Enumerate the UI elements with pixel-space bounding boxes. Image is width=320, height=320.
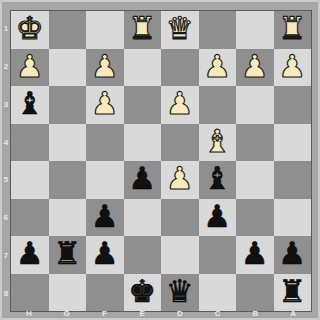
square-d1[interactable]: ♛ xyxy=(161,11,199,49)
black-king: ♚ xyxy=(128,276,156,307)
square-c4[interactable]: ♝ xyxy=(199,124,237,162)
white-pawn: ♟ xyxy=(16,51,44,82)
white-pawn: ♟ xyxy=(166,88,194,119)
black-pawn: ♟ xyxy=(241,238,269,269)
square-f1[interactable] xyxy=(86,11,124,49)
square-a4[interactable] xyxy=(274,124,312,162)
square-e4[interactable] xyxy=(124,124,162,162)
square-a8[interactable]: ♜ xyxy=(274,274,312,312)
board-frame: 12345678 ♚♜♛♜♟♟♟♟♟♝♟♟♝♟♟♝♟♟♟♜♟♟♟♚♛♜ HGFE… xyxy=(0,0,320,320)
square-e3[interactable] xyxy=(124,86,162,124)
square-g6[interactable] xyxy=(49,199,87,237)
square-b2[interactable]: ♟ xyxy=(236,49,274,87)
square-f2[interactable]: ♟ xyxy=(86,49,124,87)
square-g1[interactable] xyxy=(49,11,87,49)
square-d8[interactable]: ♛ xyxy=(161,274,199,312)
file-label-d: D xyxy=(161,310,199,318)
black-pawn: ♟ xyxy=(203,201,231,232)
black-queen: ♛ xyxy=(166,276,194,307)
square-d3[interactable]: ♟ xyxy=(161,86,199,124)
square-g5[interactable] xyxy=(49,161,87,199)
black-pawn: ♟ xyxy=(128,163,156,194)
square-h3[interactable]: ♝ xyxy=(11,86,49,124)
square-e8[interactable]: ♚ xyxy=(124,274,162,312)
rank-label-3: 3 xyxy=(2,86,10,124)
square-h5[interactable] xyxy=(11,161,49,199)
rank-label-4: 4 xyxy=(2,123,10,161)
square-f8[interactable] xyxy=(86,274,124,312)
black-pawn: ♟ xyxy=(16,238,44,269)
square-e5[interactable]: ♟ xyxy=(124,161,162,199)
rank-label-5: 5 xyxy=(2,161,10,199)
file-label-h: H xyxy=(10,310,48,318)
file-label-f: F xyxy=(86,310,124,318)
square-e2[interactable] xyxy=(124,49,162,87)
square-h4[interactable] xyxy=(11,124,49,162)
square-b8[interactable] xyxy=(236,274,274,312)
file-label-a: A xyxy=(274,310,312,318)
square-c6[interactable]: ♟ xyxy=(199,199,237,237)
square-g2[interactable] xyxy=(49,49,87,87)
square-c8[interactable] xyxy=(199,274,237,312)
white-bishop: ♝ xyxy=(203,126,231,157)
rank-label-6: 6 xyxy=(2,199,10,237)
square-h7[interactable]: ♟ xyxy=(11,236,49,274)
square-a6[interactable] xyxy=(274,199,312,237)
square-g3[interactable] xyxy=(49,86,87,124)
square-a1[interactable]: ♜ xyxy=(274,11,312,49)
black-pawn: ♟ xyxy=(91,201,119,232)
square-d5[interactable]: ♟ xyxy=(161,161,199,199)
white-pawn: ♟ xyxy=(203,51,231,82)
black-pawn: ♟ xyxy=(91,238,119,269)
black-bishop: ♝ xyxy=(16,88,44,119)
black-pawn: ♟ xyxy=(278,238,306,269)
square-d4[interactable] xyxy=(161,124,199,162)
square-d7[interactable] xyxy=(161,236,199,274)
square-c7[interactable] xyxy=(199,236,237,274)
white-king: ♚ xyxy=(16,13,44,44)
white-pawn: ♟ xyxy=(91,51,119,82)
square-f7[interactable]: ♟ xyxy=(86,236,124,274)
square-c2[interactable]: ♟ xyxy=(199,49,237,87)
square-h1[interactable]: ♚ xyxy=(11,11,49,49)
square-g8[interactable] xyxy=(49,274,87,312)
black-bishop: ♝ xyxy=(203,163,231,194)
square-d2[interactable] xyxy=(161,49,199,87)
square-c5[interactable]: ♝ xyxy=(199,161,237,199)
square-f6[interactable]: ♟ xyxy=(86,199,124,237)
square-c1[interactable] xyxy=(199,11,237,49)
square-e7[interactable] xyxy=(124,236,162,274)
file-labels: HGFEDCBA xyxy=(10,310,312,318)
white-rook: ♜ xyxy=(128,13,156,44)
rank-label-1: 1 xyxy=(2,10,10,48)
chess-board: ♚♜♛♜♟♟♟♟♟♝♟♟♝♟♟♝♟♟♟♜♟♟♟♚♛♜ xyxy=(10,10,312,312)
white-queen: ♛ xyxy=(166,13,194,44)
square-h8[interactable] xyxy=(11,274,49,312)
rank-label-7: 7 xyxy=(2,237,10,275)
white-rook: ♜ xyxy=(278,13,306,44)
square-g4[interactable] xyxy=(49,124,87,162)
square-b4[interactable] xyxy=(236,124,274,162)
square-c3[interactable] xyxy=(199,86,237,124)
file-label-e: E xyxy=(123,310,161,318)
white-pawn: ♟ xyxy=(278,51,306,82)
black-rook: ♜ xyxy=(53,238,81,269)
square-b3[interactable] xyxy=(236,86,274,124)
square-b7[interactable]: ♟ xyxy=(236,236,274,274)
square-f5[interactable] xyxy=(86,161,124,199)
square-g7[interactable]: ♜ xyxy=(49,236,87,274)
square-d6[interactable] xyxy=(161,199,199,237)
square-f4[interactable] xyxy=(86,124,124,162)
square-b1[interactable] xyxy=(236,11,274,49)
square-f3[interactable]: ♟ xyxy=(86,86,124,124)
square-a3[interactable] xyxy=(274,86,312,124)
square-e6[interactable] xyxy=(124,199,162,237)
square-h6[interactable] xyxy=(11,199,49,237)
file-label-c: C xyxy=(199,310,237,318)
square-b5[interactable] xyxy=(236,161,274,199)
square-b6[interactable] xyxy=(236,199,274,237)
square-a7[interactable]: ♟ xyxy=(274,236,312,274)
file-label-b: B xyxy=(237,310,275,318)
rank-label-8: 8 xyxy=(2,274,10,312)
file-label-g: G xyxy=(48,310,86,318)
white-pawn: ♟ xyxy=(91,88,119,119)
square-e1[interactable]: ♜ xyxy=(124,11,162,49)
white-pawn: ♟ xyxy=(241,51,269,82)
black-rook: ♜ xyxy=(278,276,306,307)
rank-label-2: 2 xyxy=(2,48,10,86)
square-a5[interactable] xyxy=(274,161,312,199)
white-pawn: ♟ xyxy=(166,163,194,194)
square-a2[interactable]: ♟ xyxy=(274,49,312,87)
rank-labels: 12345678 xyxy=(2,10,10,312)
square-h2[interactable]: ♟ xyxy=(11,49,49,87)
